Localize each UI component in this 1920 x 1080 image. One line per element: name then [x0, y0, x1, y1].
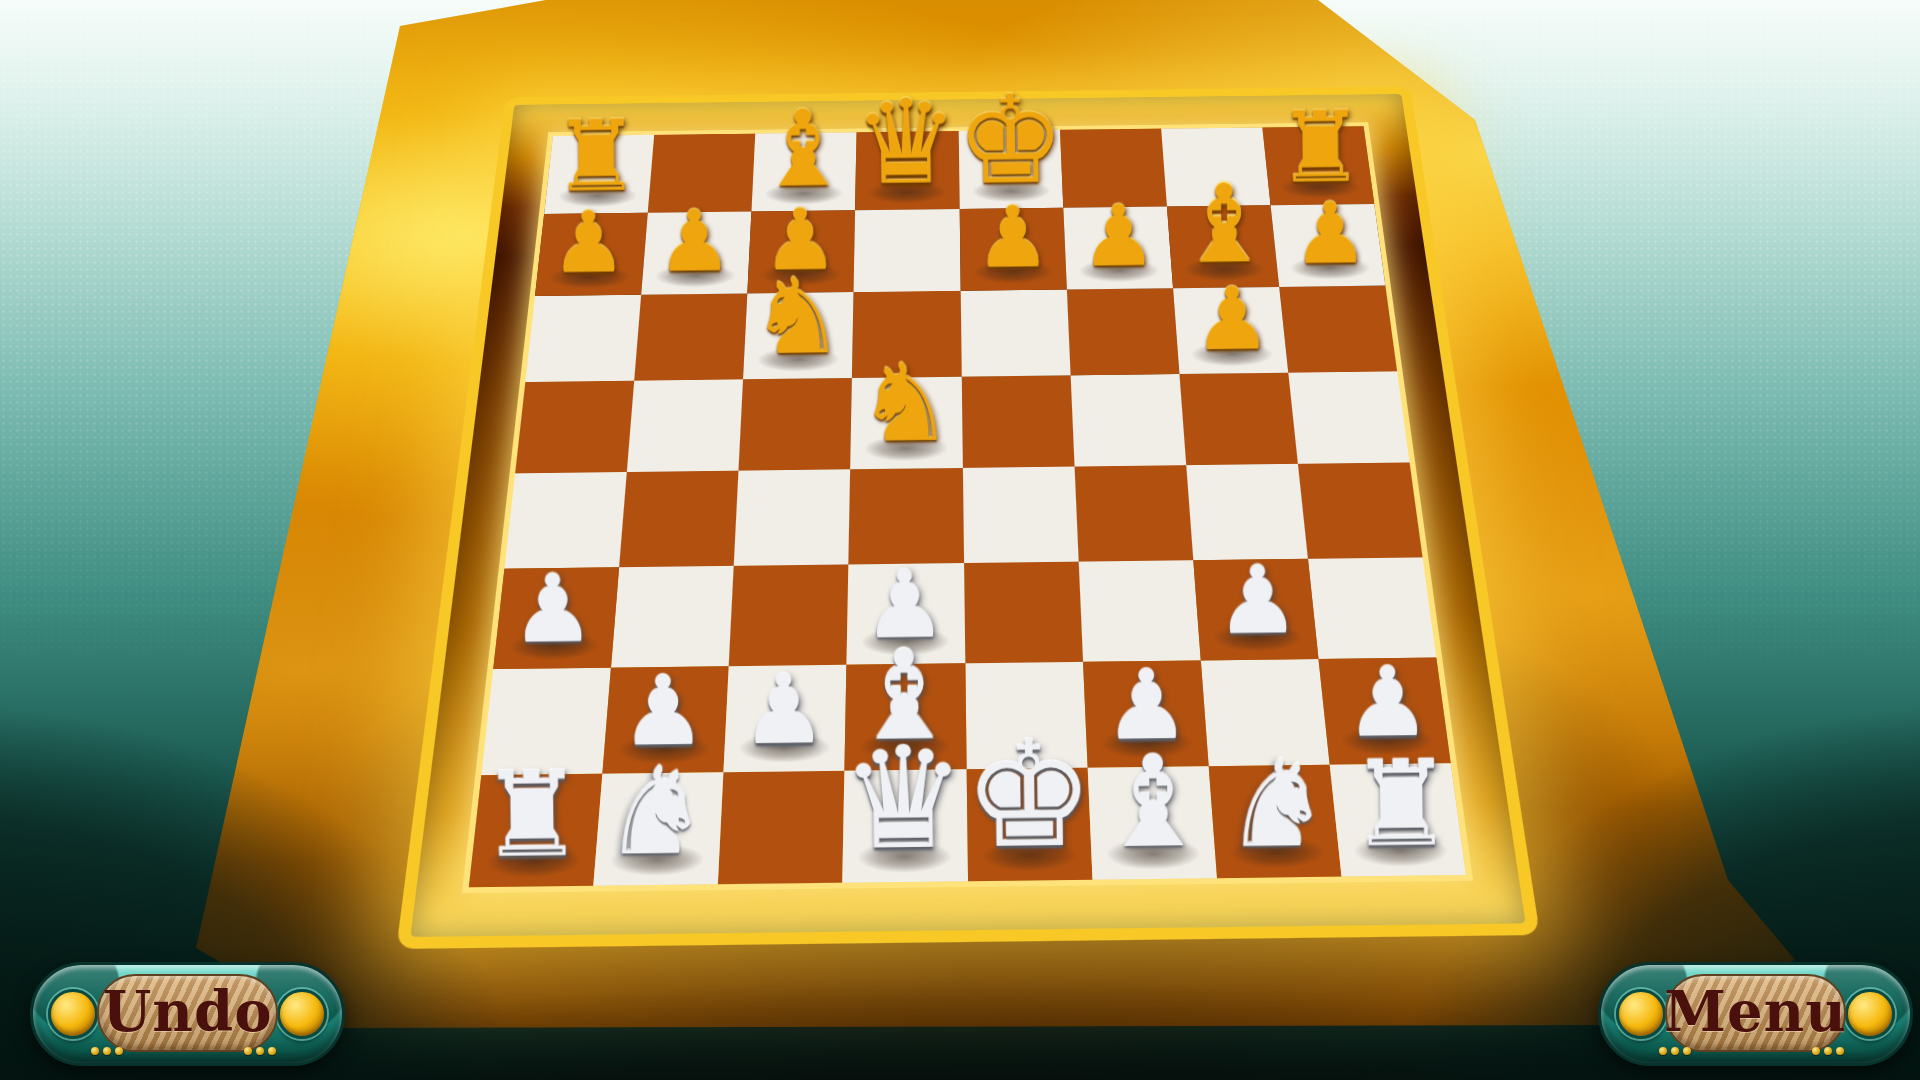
square-c3[interactable]: [729, 564, 849, 666]
piece-silver-queen[interactable]: ♛: [841, 732, 968, 867]
piece-gold-pawn[interactable]: ♟: [1292, 194, 1369, 275]
piece-gold-pawn[interactable]: ♟: [1080, 197, 1157, 278]
square-e5[interactable]: [961, 376, 1074, 468]
square-g1[interactable]: ♞: [1208, 765, 1341, 879]
square-c5[interactable]: [739, 378, 852, 470]
square-b4[interactable]: [619, 470, 739, 567]
board-grid: ♜♝♛♚♜♟♟♟♟♟♝♟♞♟♞♟♟♟♟♟♝♟♟♜♞♛♚♝♞♜: [469, 126, 1466, 887]
square-f5[interactable]: [1070, 374, 1186, 466]
piece-gold-pawn[interactable]: ♟: [974, 198, 1051, 279]
piece-silver-rook[interactable]: ♜: [479, 758, 586, 871]
piece-gold-rook[interactable]: ♜: [1276, 100, 1365, 194]
piece-gold-bishop[interactable]: ♝: [1175, 173, 1273, 277]
square-d5[interactable]: ♞: [851, 377, 963, 469]
square-f3[interactable]: [1078, 560, 1200, 662]
square-b1[interactable]: ♞: [593, 772, 723, 886]
piece-silver-pawn[interactable]: ♟: [1215, 555, 1300, 645]
board-scene: ♜♝♛♚♜♟♟♟♟♟♝♟♞♟♞♟♟♟♟♟♝♟♟♜♞♛♚♝♞♜: [396, 86, 1540, 949]
square-a5[interactable]: [515, 381, 634, 473]
square-g3[interactable]: ♟: [1193, 558, 1318, 660]
piece-gold-bishop[interactable]: ♝: [755, 99, 851, 200]
undo-button[interactable]: Undo: [30, 962, 345, 1066]
square-e1[interactable]: ♚: [966, 768, 1092, 882]
piece-gold-pawn[interactable]: ♟: [1193, 279, 1272, 362]
piece-gold-pawn[interactable]: ♟: [656, 202, 733, 283]
piece-silver-pawn[interactable]: ♟: [740, 664, 828, 757]
square-b7[interactable]: ♟: [641, 212, 751, 295]
square-c4[interactable]: [734, 469, 851, 566]
square-g6[interactable]: ♟: [1173, 287, 1288, 374]
square-b5[interactable]: [627, 380, 743, 472]
piece-silver-knight[interactable]: ♞: [602, 754, 711, 870]
square-d7[interactable]: [854, 209, 960, 292]
square-a3[interactable]: ♟: [493, 567, 619, 669]
piece-silver-king[interactable]: ♚: [962, 725, 1095, 866]
square-e3[interactable]: [964, 561, 1083, 663]
square-e6[interactable]: [960, 290, 1070, 377]
piece-gold-pawn[interactable]: ♟: [550, 203, 627, 284]
piece-silver-knight[interactable]: ♞: [1222, 746, 1331, 862]
undo-button-label: Undo: [33, 978, 342, 1044]
piece-silver-pawn[interactable]: ♟: [510, 564, 595, 654]
square-b3[interactable]: [611, 565, 734, 667]
square-f6[interactable]: [1066, 288, 1179, 375]
menu-button-label: Menu: [1601, 978, 1910, 1044]
square-h1[interactable]: ♜: [1330, 763, 1466, 876]
square-d8[interactable]: ♛: [855, 131, 959, 210]
square-b6[interactable]: [634, 294, 747, 381]
square-a1[interactable]: ♜: [469, 774, 603, 888]
square-d1[interactable]: ♛: [843, 769, 968, 883]
square-f1[interactable]: ♝: [1087, 766, 1217, 880]
square-a6[interactable]: [525, 295, 641, 382]
square-c1[interactable]: [718, 771, 845, 885]
square-e4[interactable]: [962, 466, 1078, 563]
piece-gold-queen[interactable]: ♛: [854, 87, 960, 199]
square-h4[interactable]: [1298, 462, 1423, 558]
square-f4[interactable]: [1074, 465, 1193, 562]
square-f7[interactable]: ♟: [1063, 207, 1173, 290]
piece-silver-rook[interactable]: ♜: [1348, 747, 1455, 860]
square-a7[interactable]: ♟: [535, 213, 648, 296]
piece-gold-rook[interactable]: ♜: [552, 109, 641, 203]
board-frame: ♜♝♛♚♜♟♟♟♟♟♝♟♞♟♞♟♟♟♟♟♝♟♟♜♞♛♚♝♞♜: [396, 86, 1540, 949]
board-tilt-wrapper: ♜♝♛♚♜♟♟♟♟♟♝♟♞♟♞♟♟♟♟♟♝♟♟♜♞♛♚♝♞♜: [0, 0, 1920, 1080]
square-e7[interactable]: ♟: [959, 208, 1066, 291]
square-g5[interactable]: [1179, 373, 1298, 465]
piece-silver-bishop[interactable]: ♝: [1095, 742, 1210, 864]
piece-gold-knight[interactable]: ♞: [750, 266, 846, 367]
piece-gold-knight[interactable]: ♞: [857, 352, 955, 456]
menu-button[interactable]: Menu: [1598, 962, 1913, 1066]
piece-gold-king[interactable]: ♚: [955, 81, 1066, 198]
square-h3[interactable]: [1308, 557, 1436, 659]
square-c6[interactable]: ♞: [743, 292, 854, 379]
square-h5[interactable]: [1288, 372, 1409, 464]
square-c2[interactable]: ♟: [724, 664, 847, 772]
square-h6[interactable]: [1279, 286, 1397, 373]
square-h7[interactable]: ♟: [1270, 204, 1385, 287]
